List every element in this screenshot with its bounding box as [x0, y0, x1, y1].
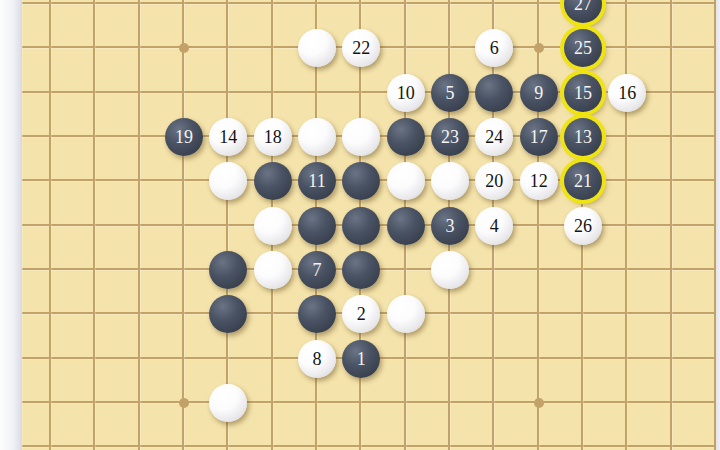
stone-black-move-11[interactable]: 11 — [298, 162, 336, 200]
move-number: 15 — [574, 84, 592, 102]
stone-white[interactable] — [387, 295, 425, 333]
stone-black[interactable] — [342, 162, 380, 200]
move-number: 21 — [574, 172, 592, 190]
stone-white[interactable] — [387, 162, 425, 200]
stone-black[interactable] — [298, 207, 336, 245]
stone-white[interactable] — [298, 118, 336, 156]
stone-white[interactable] — [342, 118, 380, 156]
go-board[interactable]: 2722625105915161914182324171311201221342… — [22, 0, 716, 450]
move-number: 2 — [357, 305, 366, 323]
move-number: 13 — [574, 128, 592, 146]
move-number: 11 — [308, 172, 325, 190]
stone-black-move-7[interactable]: 7 — [298, 251, 336, 289]
move-number: 9 — [534, 84, 543, 102]
stone-white-move-18[interactable]: 18 — [254, 118, 292, 156]
stone-black[interactable] — [387, 118, 425, 156]
move-number: 7 — [312, 261, 321, 279]
move-number: 23 — [441, 128, 459, 146]
stone-white[interactable] — [254, 207, 292, 245]
move-number: 24 — [485, 128, 503, 146]
stone-black-move-25[interactable]: 25 — [564, 29, 602, 67]
move-number: 27 — [574, 0, 592, 13]
stone-black[interactable] — [209, 295, 247, 333]
stone-white-move-22[interactable]: 22 — [342, 29, 380, 67]
stone-white[interactable] — [298, 29, 336, 67]
move-number: 10 — [397, 84, 415, 102]
stone-white-move-2[interactable]: 2 — [342, 295, 380, 333]
stone-black[interactable] — [475, 74, 513, 112]
star-point — [179, 43, 189, 53]
move-number: 3 — [445, 217, 454, 235]
stone-black-move-21[interactable]: 21 — [564, 162, 602, 200]
stone-black-move-23[interactable]: 23 — [431, 118, 469, 156]
move-number: 16 — [618, 84, 636, 102]
stone-black[interactable] — [209, 251, 247, 289]
go-app-page: 2722625105915161914182324171311201221342… — [0, 0, 720, 450]
stone-black-move-17[interactable]: 17 — [520, 118, 558, 156]
move-number: 25 — [574, 39, 592, 57]
page-gutter-left — [0, 0, 22, 450]
star-point — [179, 398, 189, 408]
stone-white[interactable] — [431, 251, 469, 289]
stone-white-move-14[interactable]: 14 — [209, 118, 247, 156]
stone-white-move-6[interactable]: 6 — [475, 29, 513, 67]
star-point — [534, 43, 544, 53]
stone-black-move-19[interactable]: 19 — [165, 118, 203, 156]
stone-black-move-27[interactable]: 27 — [564, 0, 602, 23]
stone-black-move-1[interactable]: 1 — [342, 340, 380, 378]
stone-white-move-4[interactable]: 4 — [475, 207, 513, 245]
stone-white-move-10[interactable]: 10 — [387, 74, 425, 112]
move-number: 20 — [485, 172, 503, 190]
stone-white[interactable] — [254, 251, 292, 289]
stone-white-move-24[interactable]: 24 — [475, 118, 513, 156]
move-number: 14 — [219, 128, 237, 146]
stone-white[interactable] — [431, 162, 469, 200]
stone-white-move-8[interactable]: 8 — [298, 340, 336, 378]
move-number: 12 — [530, 172, 548, 190]
move-number: 1 — [357, 350, 366, 368]
stone-black[interactable] — [342, 207, 380, 245]
move-number: 6 — [490, 39, 499, 57]
stone-white-move-12[interactable]: 12 — [520, 162, 558, 200]
move-number: 4 — [490, 217, 499, 235]
move-number: 18 — [264, 128, 282, 146]
stone-white-move-16[interactable]: 16 — [608, 74, 646, 112]
stone-black[interactable] — [387, 207, 425, 245]
move-number: 26 — [574, 217, 592, 235]
stone-black[interactable] — [342, 251, 380, 289]
move-number: 19 — [175, 128, 193, 146]
move-number: 5 — [445, 84, 454, 102]
move-number: 17 — [530, 128, 548, 146]
stone-white[interactable] — [209, 162, 247, 200]
move-number: 22 — [352, 39, 370, 57]
move-number: 8 — [312, 350, 321, 368]
stone-black-move-3[interactable]: 3 — [431, 207, 469, 245]
stone-black-move-5[interactable]: 5 — [431, 74, 469, 112]
page-gutter-right — [716, 0, 720, 450]
stone-black[interactable] — [254, 162, 292, 200]
stone-black[interactable] — [298, 295, 336, 333]
stone-black-move-15[interactable]: 15 — [564, 74, 602, 112]
stone-white-move-26[interactable]: 26 — [564, 207, 602, 245]
stone-white-move-20[interactable]: 20 — [475, 162, 513, 200]
stone-black-move-9[interactable]: 9 — [520, 74, 558, 112]
stone-black-move-13[interactable]: 13 — [564, 118, 602, 156]
stone-white[interactable] — [209, 384, 247, 422]
star-point — [534, 398, 544, 408]
